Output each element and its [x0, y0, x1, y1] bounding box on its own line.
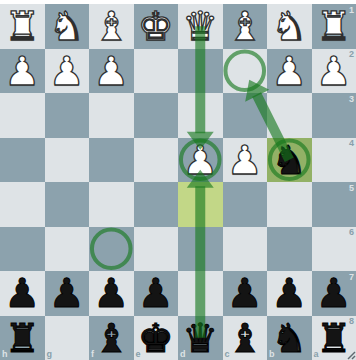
- piece-black-P-b7[interactable]: ♟: [267, 271, 312, 316]
- square-a7[interactable]: ♟: [312, 271, 356, 316]
- square-c7[interactable]: ♟: [223, 271, 268, 316]
- piece-white-R-a1[interactable]: ♜: [312, 4, 356, 49]
- square-b6[interactable]: [267, 227, 312, 272]
- square-d4[interactable]: ♟: [178, 138, 223, 183]
- board-container: ♜♞♝♚♛♝♞♜♟♟♟♟♟♟♟♞♟♟♟♟♟♟♟♜♝♚♛♝♞♜ 12345678h…: [0, 4, 356, 360]
- square-d6[interactable]: [178, 227, 223, 272]
- square-g4[interactable]: [45, 138, 90, 183]
- piece-white-N-b1[interactable]: ♞: [267, 4, 312, 49]
- square-a1[interactable]: ♜: [312, 4, 356, 49]
- piece-white-P-h2[interactable]: ♟: [0, 49, 45, 94]
- board-resize-handle[interactable]: [344, 348, 356, 360]
- square-h1[interactable]: ♜: [0, 4, 45, 49]
- square-e3[interactable]: [134, 93, 179, 138]
- square-h8[interactable]: ♜: [0, 316, 45, 360]
- square-g5[interactable]: [45, 182, 90, 227]
- square-e8[interactable]: ♚: [134, 316, 179, 360]
- square-e4[interactable]: [134, 138, 179, 183]
- square-e7[interactable]: ♟: [134, 271, 179, 316]
- square-e5[interactable]: [134, 182, 179, 227]
- square-g8[interactable]: [45, 316, 90, 360]
- chess-board[interactable]: ♜♞♝♚♛♝♞♜♟♟♟♟♟♟♟♞♟♟♟♟♟♟♟♜♝♚♛♝♞♜: [0, 4, 356, 360]
- square-f7[interactable]: ♟: [89, 271, 134, 316]
- piece-black-P-e7[interactable]: ♟: [134, 271, 179, 316]
- square-h7[interactable]: ♟: [0, 271, 45, 316]
- square-d3[interactable]: [178, 93, 223, 138]
- square-g3[interactable]: [45, 93, 90, 138]
- square-b7[interactable]: ♟: [267, 271, 312, 316]
- square-e1[interactable]: ♚: [134, 4, 179, 49]
- piece-white-P-g2[interactable]: ♟: [45, 49, 90, 94]
- square-b1[interactable]: ♞: [267, 4, 312, 49]
- square-d2[interactable]: [178, 49, 223, 94]
- square-f6[interactable]: [89, 227, 134, 272]
- piece-white-P-b2[interactable]: ♟: [267, 49, 312, 94]
- square-f3[interactable]: [89, 93, 134, 138]
- piece-black-B-c8[interactable]: ♝: [223, 316, 268, 360]
- square-e6[interactable]: [134, 227, 179, 272]
- piece-black-P-f7[interactable]: ♟: [89, 271, 134, 316]
- square-a6[interactable]: [312, 227, 356, 272]
- piece-black-N-b4[interactable]: ♞: [267, 138, 312, 183]
- square-b5[interactable]: [267, 182, 312, 227]
- chess-board-app: ♜♞♝♚♛♝♞♜♟♟♟♟♟♟♟♞♟♟♟♟♟♟♟♜♝♚♛♝♞♜ 12345678h…: [0, 0, 356, 360]
- piece-black-N-b8[interactable]: ♞: [267, 316, 312, 360]
- square-g1[interactable]: ♞: [45, 4, 90, 49]
- piece-black-K-e8[interactable]: ♚: [134, 316, 179, 360]
- square-d1[interactable]: ♛: [178, 4, 223, 49]
- square-b8[interactable]: ♞: [267, 316, 312, 360]
- square-h2[interactable]: ♟: [0, 49, 45, 94]
- square-c6[interactable]: [223, 227, 268, 272]
- square-g6[interactable]: [45, 227, 90, 272]
- square-g2[interactable]: ♟: [45, 49, 90, 94]
- piece-white-P-f2[interactable]: ♟: [89, 49, 134, 94]
- square-f5[interactable]: [89, 182, 134, 227]
- square-c5[interactable]: [223, 182, 268, 227]
- square-d7[interactable]: [178, 271, 223, 316]
- square-h3[interactable]: [0, 93, 45, 138]
- square-c8[interactable]: ♝: [223, 316, 268, 360]
- square-c1[interactable]: ♝: [223, 4, 268, 49]
- square-a3[interactable]: [312, 93, 356, 138]
- piece-white-Q-d1[interactable]: ♛: [178, 4, 223, 49]
- square-c3[interactable]: [223, 93, 268, 138]
- square-d5[interactable]: [178, 182, 223, 227]
- square-e2[interactable]: [134, 49, 179, 94]
- square-c2[interactable]: [223, 49, 268, 94]
- square-a5[interactable]: [312, 182, 356, 227]
- square-f1[interactable]: ♝: [89, 4, 134, 49]
- square-b2[interactable]: ♟: [267, 49, 312, 94]
- square-h4[interactable]: [0, 138, 45, 183]
- square-g7[interactable]: ♟: [45, 271, 90, 316]
- piece-white-P-a2[interactable]: ♟: [312, 49, 356, 94]
- piece-white-B-f1[interactable]: ♝: [89, 4, 134, 49]
- square-b3[interactable]: [267, 93, 312, 138]
- square-a2[interactable]: ♟: [312, 49, 356, 94]
- square-f4[interactable]: [89, 138, 134, 183]
- piece-white-K-e1[interactable]: ♚: [134, 4, 179, 49]
- piece-black-B-f8[interactable]: ♝: [89, 316, 134, 360]
- square-b4[interactable]: ♞: [267, 138, 312, 183]
- square-f8[interactable]: ♝: [89, 316, 134, 360]
- piece-black-R-h8[interactable]: ♜: [0, 316, 45, 360]
- piece-black-Q-d8[interactable]: ♛: [178, 316, 223, 360]
- piece-black-P-c7[interactable]: ♟: [223, 271, 268, 316]
- piece-black-P-g7[interactable]: ♟: [45, 271, 90, 316]
- square-a4[interactable]: [312, 138, 356, 183]
- piece-white-P-d4[interactable]: ♟: [178, 138, 223, 183]
- square-h5[interactable]: [0, 182, 45, 227]
- square-c4[interactable]: ♟: [223, 138, 268, 183]
- square-d8[interactable]: ♛: [178, 316, 223, 360]
- square-f2[interactable]: ♟: [89, 49, 134, 94]
- piece-black-P-a7[interactable]: ♟: [312, 271, 356, 316]
- piece-white-P-c4[interactable]: ♟: [223, 138, 268, 183]
- piece-white-N-g1[interactable]: ♞: [45, 4, 90, 49]
- piece-white-R-h1[interactable]: ♜: [0, 4, 45, 49]
- square-h6[interactable]: [0, 227, 45, 272]
- piece-white-B-c1[interactable]: ♝: [223, 4, 268, 49]
- piece-black-P-h7[interactable]: ♟: [0, 271, 45, 316]
